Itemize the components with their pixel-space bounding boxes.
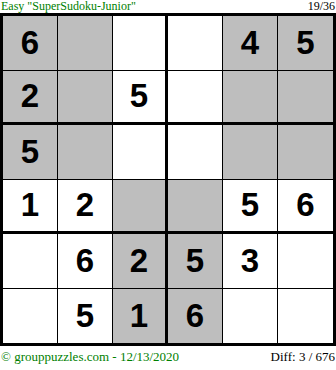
cell-r5c2: 6 — [58, 234, 113, 289]
cell-r3c1: 5 — [3, 125, 58, 180]
footer: © grouppuzzles.com - 12/13/2020 Diff: 3 … — [0, 350, 336, 364]
header: Easy "SuperSudoku-Junior" 19/36 — [0, 0, 336, 13]
cell-r4c3[interactable] — [113, 180, 168, 235]
cell-r2c5[interactable] — [223, 71, 278, 126]
sudoku-board: 64525512566253516 — [0, 13, 336, 346]
cell-r1c3[interactable] — [113, 16, 168, 71]
cell-r4c1: 1 — [3, 180, 58, 235]
cell-r4c2: 2 — [58, 180, 113, 235]
cell-r2c2[interactable] — [58, 71, 113, 126]
cell-r3c3[interactable] — [113, 125, 168, 180]
cell-r4c6: 6 — [278, 180, 333, 235]
cell-r3c4[interactable] — [168, 125, 223, 180]
cell-r6c6[interactable] — [278, 289, 333, 344]
cell-r3c5[interactable] — [223, 125, 278, 180]
cell-r5c4: 5 — [168, 234, 223, 289]
cell-r1c1: 6 — [3, 16, 58, 71]
cell-r2c4[interactable] — [168, 71, 223, 126]
cell-r3c2[interactable] — [58, 125, 113, 180]
cell-r5c1[interactable] — [3, 234, 58, 289]
difficulty-label: Diff: 3 / 676 — [271, 350, 335, 364]
puzzle-title: Easy "SuperSudoku-Junior" — [1, 0, 136, 13]
cell-r6c3: 1 — [113, 289, 168, 344]
cell-r1c4[interactable] — [168, 16, 223, 71]
cell-r4c4[interactable] — [168, 180, 223, 235]
cell-r3c6[interactable] — [278, 125, 333, 180]
cell-r5c3: 2 — [113, 234, 168, 289]
footer-copyright: © grouppuzzles.com - 12/13/2020 — [1, 350, 179, 364]
cell-r2c1: 2 — [3, 71, 58, 126]
cell-r4c5: 5 — [223, 180, 278, 235]
cell-r5c5: 3 — [223, 234, 278, 289]
cell-r1c2[interactable] — [58, 16, 113, 71]
cell-r6c1[interactable] — [3, 289, 58, 344]
puzzle-counter: 19/36 — [308, 0, 335, 13]
cell-r5c6[interactable] — [278, 234, 333, 289]
cell-r2c3: 5 — [113, 71, 168, 126]
cell-r1c6: 5 — [278, 16, 333, 71]
cell-r6c4: 6 — [168, 289, 223, 344]
cell-r6c2: 5 — [58, 289, 113, 344]
cell-r2c6[interactable] — [278, 71, 333, 126]
cell-r1c5: 4 — [223, 16, 278, 71]
cell-r6c5[interactable] — [223, 289, 278, 344]
